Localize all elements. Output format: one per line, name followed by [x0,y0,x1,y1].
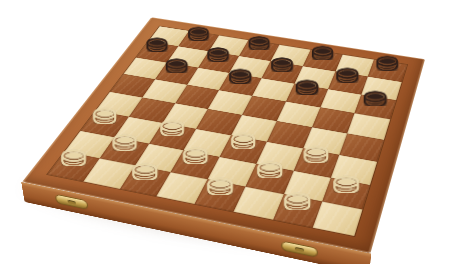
dark-checker[interactable]: ⛂ [290,69,325,104]
square-g6[interactable] [320,89,362,114]
dark-checker[interactable]: ⛂ [223,58,257,92]
light-checker[interactable]: ⛂ [326,163,366,203]
dark-checker[interactable]: ⛂ [358,80,394,116]
light-checker[interactable]: ⛂ [277,180,318,221]
square-h6[interactable]: ⛂ [355,94,396,119]
light-checker[interactable]: ⛂ [200,165,240,205]
light-checker[interactable]: ⛂ [54,137,93,176]
dark-checker[interactable]: ⛂ [371,45,405,79]
product-photo: ⛂⛂⛂⛂⛂⛂⛂⛂⛂⛂⛂⛂⛂⛂⛂⛂⛂⛂⛂⛂⛂⛂⛂⛂ [0,0,450,264]
brass-clasp-right [282,242,317,257]
brass-clasp-left [56,195,87,209]
light-checker[interactable]: ⛂ [126,151,166,191]
